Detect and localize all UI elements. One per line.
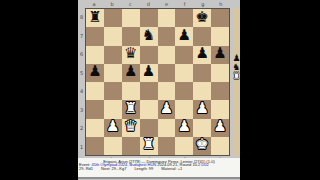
piece-black-pawn: ♟ [178, 28, 191, 43]
footer-text-segment: Next: 29...Kg7 [101, 166, 126, 171]
piece-white-queen: ♛ [124, 119, 137, 134]
chess-diagram-panel: abcdefgh abcdefgh 87654321 ♜♚♞♟♛♟♟♟♟♟♜♟♟… [78, 0, 240, 180]
square-d4[interactable] [140, 82, 158, 100]
coord-label: 7 [79, 27, 84, 46]
square-a5[interactable]: ♟ [86, 64, 104, 82]
square-c3[interactable]: ♜ [122, 100, 140, 118]
rank-labels-left: 87654321 [79, 8, 84, 156]
square-b1[interactable] [104, 137, 122, 155]
square-g2[interactable] [193, 119, 211, 137]
piece-black-pawn: ♟ [88, 64, 101, 79]
footer-text-segment: 29. Rd1 [79, 166, 93, 171]
piece-white-rook: ♜ [142, 137, 155, 152]
square-h5[interactable] [211, 64, 229, 82]
square-f8[interactable] [175, 9, 193, 27]
square-e6[interactable] [158, 46, 176, 64]
square-g8[interactable]: ♚ [193, 9, 211, 27]
game-info-footer: Erigaisi, Arjun (2778) — Dominguez Perez… [78, 158, 240, 177]
square-c5[interactable]: ♟ [122, 64, 140, 82]
square-e7[interactable] [158, 27, 176, 45]
square-a4[interactable] [86, 82, 104, 100]
coord-label: 1 [79, 138, 84, 157]
square-h4[interactable] [211, 82, 229, 100]
square-h7[interactable] [211, 27, 229, 45]
coord-label: g [194, 1, 212, 7]
square-b7[interactable] [104, 27, 122, 45]
coord-label: c [121, 1, 139, 7]
square-f2[interactable]: ♟ [175, 119, 193, 137]
square-a6[interactable] [86, 46, 104, 64]
coord-label: 8 [79, 8, 84, 27]
piece-black-pawn: ♟ [124, 64, 137, 79]
coord-label: a [85, 1, 103, 7]
footer-line-3: 29. Rd1Next: 29...Kg7Length: 99Material:… [78, 167, 240, 171]
square-e5[interactable] [158, 64, 176, 82]
piece-black-pawn: ♟ [213, 46, 226, 61]
square-e8[interactable] [158, 9, 176, 27]
piece-white-pawn: ♟ [213, 119, 226, 134]
piece-white-pawn: ♟ [178, 119, 191, 134]
piece-white-pawn: ♟ [160, 101, 173, 116]
square-f6[interactable] [175, 46, 193, 64]
square-c8[interactable] [122, 9, 140, 27]
footer-text-segment: D02 [201, 162, 208, 167]
coord-label: 5 [79, 64, 84, 83]
square-c2[interactable]: ♛ [122, 119, 140, 137]
piece-white-king: ♚ [195, 137, 208, 152]
square-b8[interactable] [104, 9, 122, 27]
square-h3[interactable] [211, 100, 229, 118]
square-f7[interactable]: ♟ [175, 27, 193, 45]
piece-black-rook: ♜ [88, 10, 101, 25]
square-g1[interactable]: ♚ [193, 137, 211, 155]
square-d1[interactable]: ♜ [140, 137, 158, 155]
video-frame: abcdefgh abcdefgh 87654321 ♜♚♞♟♛♟♟♟♟♟♜♟♟… [0, 0, 320, 180]
square-b6[interactable] [104, 46, 122, 64]
square-c7[interactable] [122, 27, 140, 45]
file-labels-top: abcdefgh [85, 1, 230, 7]
square-g6[interactable]: ♟ [193, 46, 211, 64]
coord-label: 3 [79, 101, 84, 120]
coord-label: b [103, 1, 121, 7]
footer-divider [78, 177, 240, 179]
square-f5[interactable] [175, 64, 193, 82]
square-a2[interactable] [86, 119, 104, 137]
square-e3[interactable]: ♟ [158, 100, 176, 118]
square-a7[interactable] [86, 27, 104, 45]
square-f1[interactable] [175, 137, 193, 155]
square-d7[interactable]: ♞ [140, 27, 158, 45]
footer-text-segment: Length: 99 [134, 166, 153, 171]
square-d5[interactable]: ♟ [140, 64, 158, 82]
square-b3[interactable] [104, 100, 122, 118]
piece-black-pawn: ♟ [195, 46, 208, 61]
coord-label: e [158, 1, 176, 7]
square-g3[interactable]: ♟ [193, 100, 211, 118]
square-c6[interactable]: ♛ [122, 46, 140, 64]
square-a8[interactable]: ♜ [86, 9, 104, 27]
material-difference-panel: ♟♞♜ [233, 8, 240, 156]
piece-white-rook: ♜ [124, 101, 137, 116]
square-b4[interactable] [104, 82, 122, 100]
square-e2[interactable] [158, 119, 176, 137]
square-h2[interactable]: ♟ [211, 119, 229, 137]
square-a1[interactable] [86, 137, 104, 155]
square-h8[interactable] [211, 9, 229, 27]
coord-label: 2 [79, 119, 84, 138]
chess-board: ♜♚♞♟♛♟♟♟♟♟♜♟♟♟♛♟♟♜♚ [85, 8, 230, 156]
square-d6[interactable] [140, 46, 158, 64]
square-g5[interactable] [193, 64, 211, 82]
square-d8[interactable] [140, 9, 158, 27]
coord-label: h [212, 1, 230, 7]
square-a3[interactable] [86, 100, 104, 118]
square-h1[interactable] [211, 137, 229, 155]
piece-black-king: ♚ [195, 10, 208, 25]
square-d3[interactable] [140, 100, 158, 118]
square-g4[interactable] [193, 82, 211, 100]
square-h6[interactable]: ♟ [211, 46, 229, 64]
coord-label: 6 [79, 45, 84, 64]
square-c4[interactable] [122, 82, 140, 100]
piece-black-queen: ♛ [124, 46, 137, 61]
square-e1[interactable] [158, 137, 176, 155]
piece-white-pawn: ♟ [195, 101, 208, 116]
square-d2[interactable] [140, 119, 158, 137]
square-e4[interactable] [158, 82, 176, 100]
coord-label: d [139, 1, 157, 7]
piece-black-pawn: ♟ [142, 64, 155, 79]
coord-label: 4 [79, 82, 84, 101]
square-f4[interactable] [175, 82, 193, 100]
material-white-rook: ♜ [232, 72, 240, 81]
coord-label: f [176, 1, 194, 7]
piece-black-knight: ♞ [142, 28, 155, 43]
square-b2[interactable]: ♟ [104, 119, 122, 137]
square-g7[interactable] [193, 27, 211, 45]
square-b5[interactable] [104, 64, 122, 82]
square-c1[interactable] [122, 137, 140, 155]
footer-text-segment: Material: +1 [161, 166, 182, 171]
square-f3[interactable] [175, 100, 193, 118]
piece-white-pawn: ♟ [106, 119, 119, 134]
